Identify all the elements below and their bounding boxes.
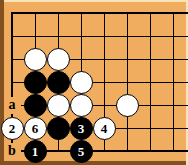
move-number: 6 xyxy=(32,122,39,135)
go-board-diagram: a2634b15 xyxy=(0,0,188,165)
white-stone xyxy=(116,94,139,117)
point-label-b: b xyxy=(4,143,21,160)
black-stone xyxy=(24,94,47,117)
grid-line-vertical xyxy=(173,12,174,152)
black-stone-move-3: 3 xyxy=(70,117,93,140)
move-number: 2 xyxy=(9,122,16,135)
white-stone xyxy=(24,48,47,71)
point-label-a: a xyxy=(4,97,21,114)
black-stone xyxy=(47,117,70,140)
move-number: 1 xyxy=(32,145,39,158)
white-stone xyxy=(70,71,93,94)
white-stone xyxy=(47,94,70,117)
white-stone-move-4: 4 xyxy=(93,117,116,140)
grid-line-vertical xyxy=(127,12,128,152)
black-stone xyxy=(24,71,47,94)
white-stone-move-6: 6 xyxy=(24,117,47,140)
move-number: 3 xyxy=(78,122,85,135)
black-stone xyxy=(47,71,70,94)
board-edge-shadow-bottom xyxy=(0,161,188,165)
board-edge-highlight-top xyxy=(0,0,188,2)
grid-line-horizontal xyxy=(11,12,188,14)
black-stone-move-5: 5 xyxy=(70,140,93,163)
white-stone-move-2: 2 xyxy=(1,117,24,140)
grid-line-vertical xyxy=(150,12,151,152)
move-number: 5 xyxy=(78,145,85,158)
move-number: 4 xyxy=(101,122,108,135)
white-stone xyxy=(70,94,93,117)
black-stone-move-1: 1 xyxy=(24,140,47,163)
white-stone xyxy=(47,48,70,71)
grid-line-horizontal xyxy=(11,36,188,37)
board-edge-shadow-left xyxy=(0,0,4,165)
